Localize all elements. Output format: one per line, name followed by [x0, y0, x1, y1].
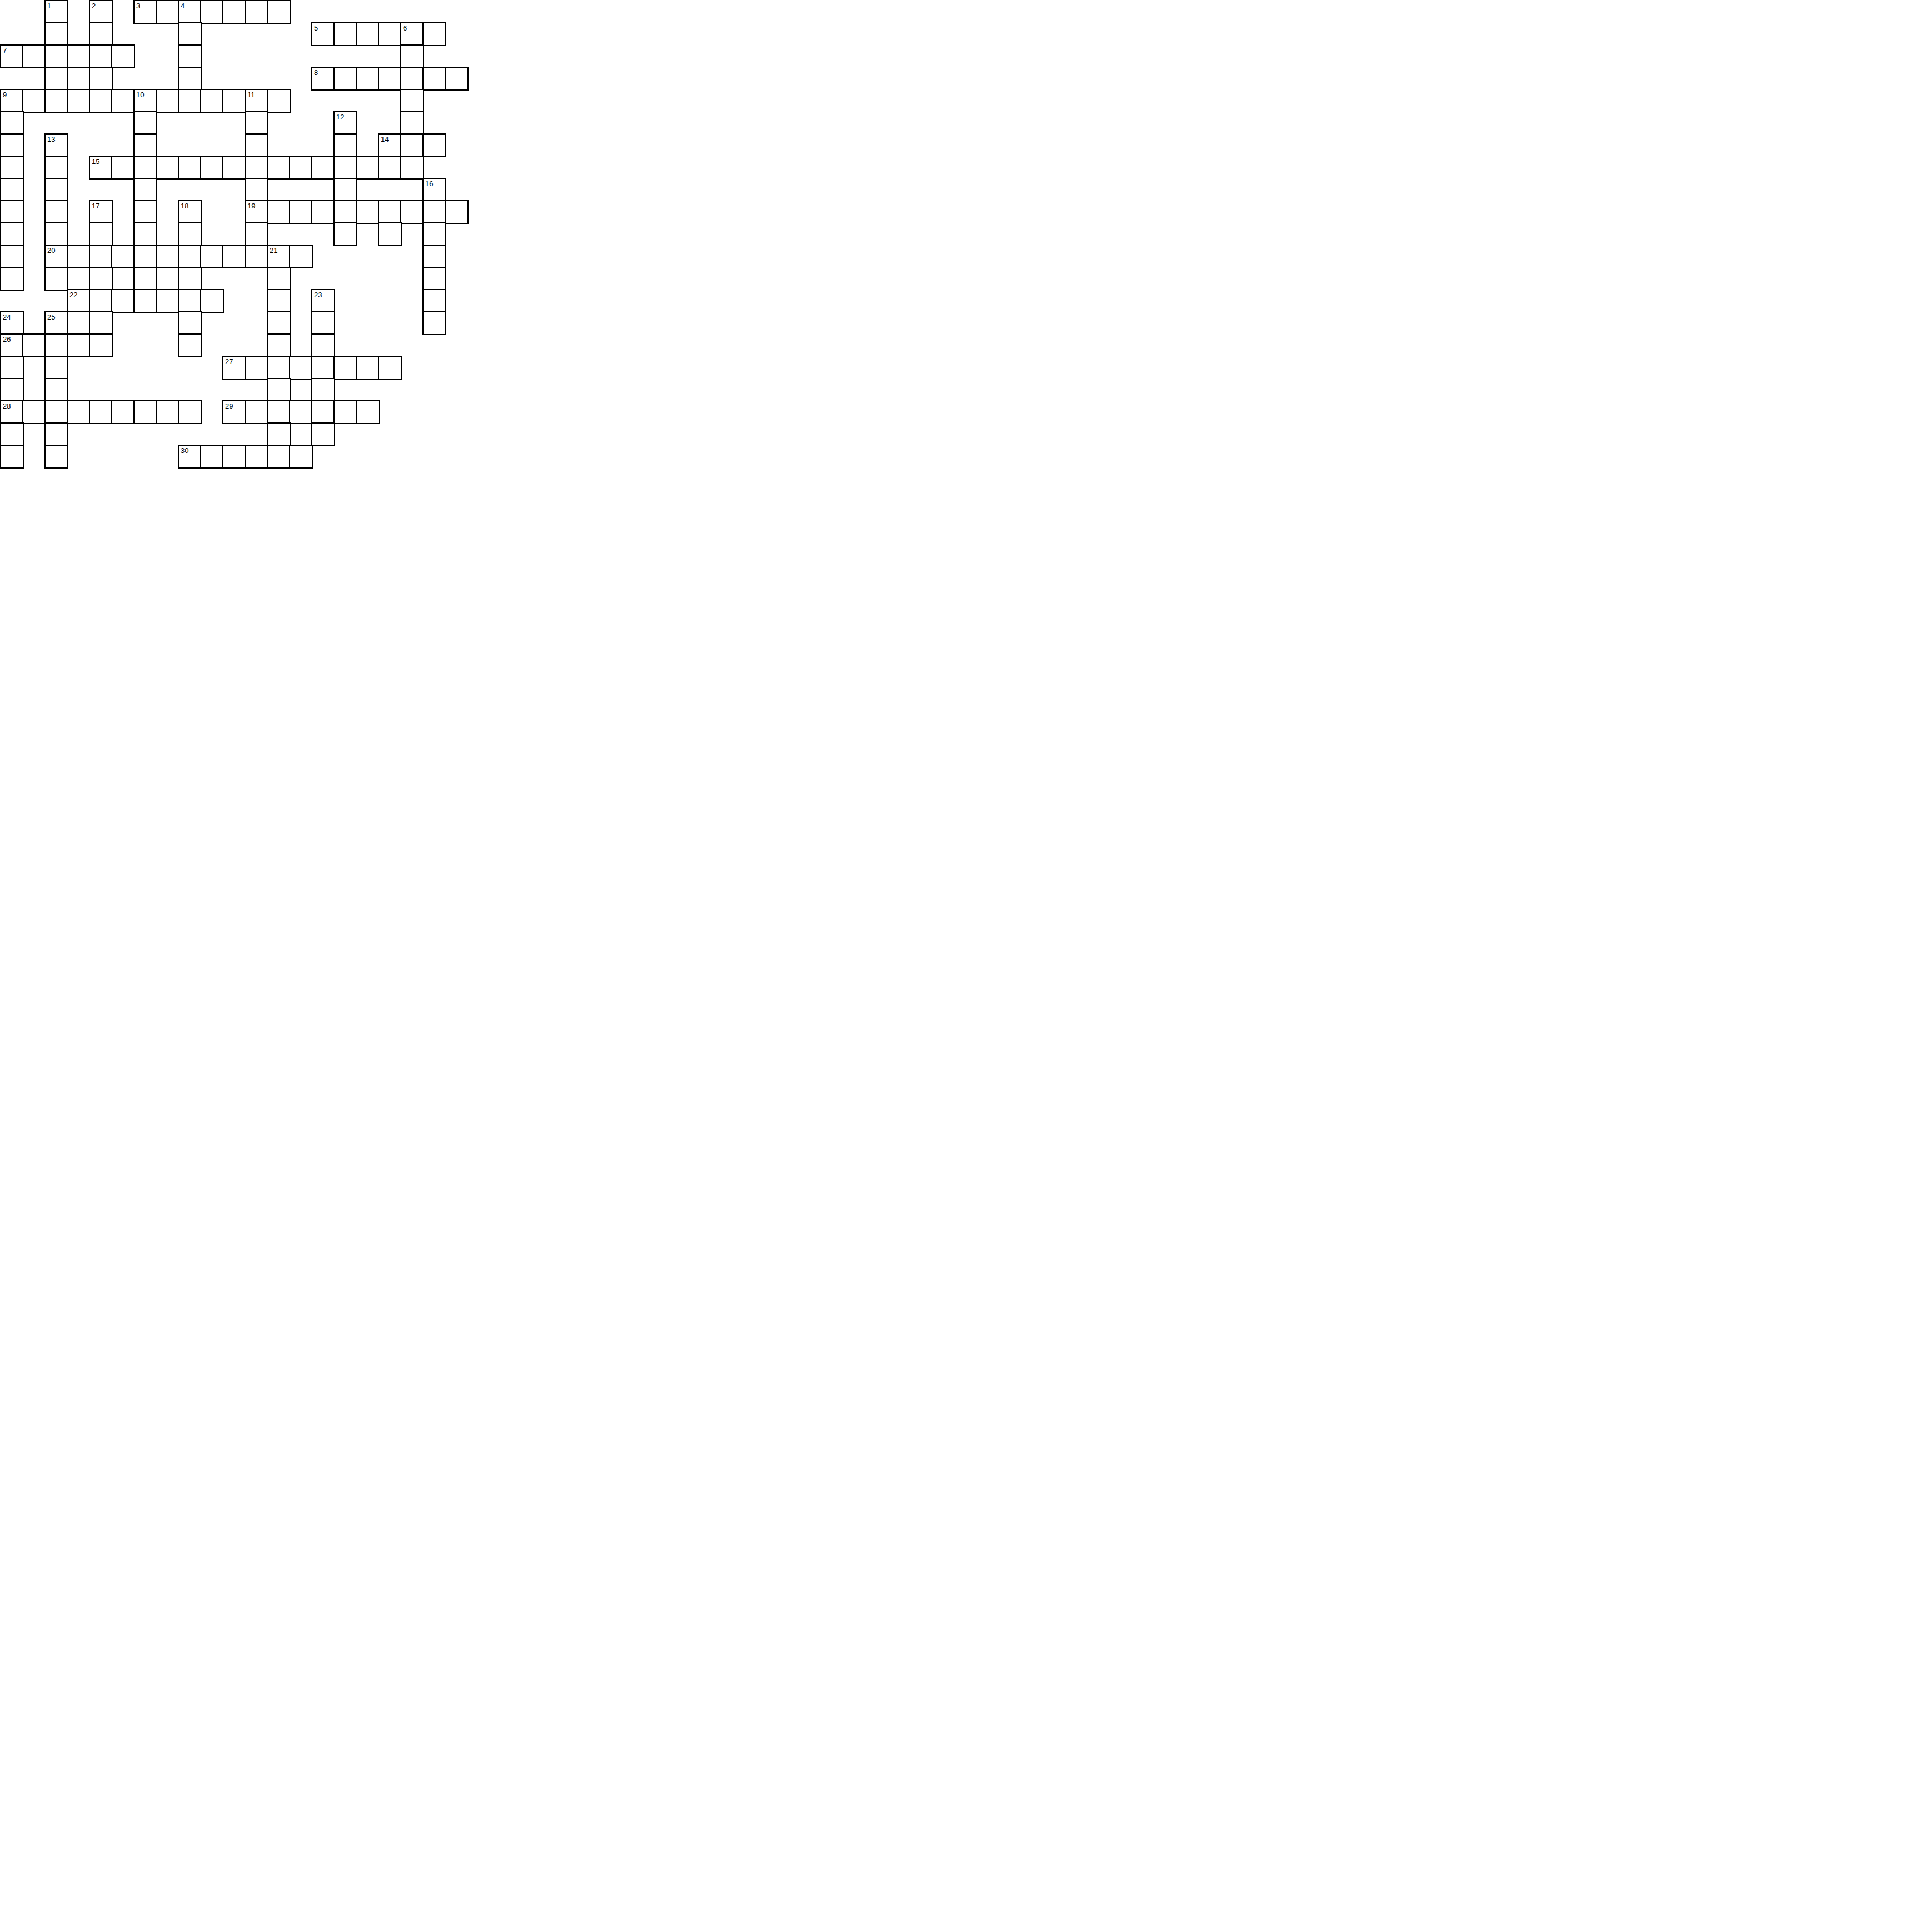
- grid-cell[interactable]: 12: [333, 111, 357, 135]
- grid-cell[interactable]: [422, 200, 446, 224]
- grid-cell[interactable]: [356, 22, 380, 46]
- grid-cell[interactable]: [133, 111, 157, 135]
- grid-cell[interactable]: [111, 289, 135, 313]
- grid-cell[interactable]: [111, 245, 135, 268]
- grid-cell[interactable]: [22, 44, 46, 68]
- grid-cell[interactable]: 4: [178, 0, 202, 24]
- grid-cell[interactable]: [0, 133, 24, 157]
- grid-cell[interactable]: [311, 200, 335, 224]
- clue-number: 8: [314, 68, 318, 77]
- grid-cell[interactable]: [200, 445, 224, 469]
- grid-cell[interactable]: [245, 245, 268, 268]
- grid-cell[interactable]: [400, 67, 424, 91]
- grid-cell[interactable]: [245, 111, 268, 135]
- grid-cell[interactable]: [89, 245, 113, 268]
- grid-cell[interactable]: [178, 289, 202, 313]
- grid-cell[interactable]: 19: [245, 200, 268, 224]
- grid-cell[interactable]: [222, 0, 246, 24]
- clue-number: 29: [225, 402, 233, 410]
- grid-cell[interactable]: [67, 400, 91, 424]
- grid-cell[interactable]: [0, 245, 24, 268]
- grid-cell[interactable]: [422, 245, 446, 268]
- grid-cell[interactable]: 7: [0, 44, 24, 68]
- grid-cell[interactable]: [245, 156, 268, 180]
- grid-cell[interactable]: [67, 333, 91, 357]
- clue-number: 7: [3, 46, 7, 54]
- grid-cell[interactable]: [133, 267, 157, 291]
- grid-cell[interactable]: [44, 333, 68, 357]
- clue-number: 3: [136, 2, 140, 10]
- grid-cell[interactable]: [356, 67, 380, 91]
- grid-cell[interactable]: 17: [89, 200, 113, 224]
- grid-cell[interactable]: [267, 378, 291, 402]
- grid-cell[interactable]: 28: [0, 400, 24, 424]
- grid-cell[interactable]: 15: [89, 156, 113, 180]
- grid-cell[interactable]: [178, 44, 202, 68]
- grid-cell[interactable]: [245, 356, 268, 380]
- grid-cell[interactable]: 21: [267, 245, 291, 268]
- grid-cell[interactable]: [156, 289, 180, 313]
- grid-cell[interactable]: [178, 89, 202, 113]
- grid-cell[interactable]: [378, 156, 402, 180]
- grid-cell[interactable]: [156, 400, 180, 424]
- grid-cell[interactable]: 16: [422, 178, 446, 202]
- grid-cell[interactable]: 25: [44, 311, 68, 335]
- clue-number: 23: [314, 291, 322, 299]
- grid-cell[interactable]: [178, 156, 202, 180]
- grid-cell[interactable]: [400, 89, 424, 113]
- grid-cell[interactable]: [178, 67, 202, 91]
- grid-cell[interactable]: [44, 44, 68, 68]
- grid-cell[interactable]: [245, 133, 268, 157]
- grid-cell[interactable]: [178, 245, 202, 268]
- grid-cell[interactable]: [133, 289, 157, 313]
- grid-cell[interactable]: [289, 200, 313, 224]
- grid-cell[interactable]: [156, 245, 180, 268]
- grid-cell[interactable]: [267, 0, 291, 24]
- grid-cell[interactable]: [44, 422, 68, 446]
- grid-cell[interactable]: [400, 156, 424, 180]
- grid-cell[interactable]: [378, 200, 402, 224]
- grid-cell[interactable]: 11: [245, 89, 268, 113]
- grid-cell[interactable]: 10: [133, 89, 157, 113]
- grid-cell[interactable]: [445, 200, 469, 224]
- clue-number: 17: [92, 202, 99, 210]
- grid-cell[interactable]: [267, 89, 291, 113]
- clue-number: 16: [425, 180, 433, 188]
- grid-cell[interactable]: [22, 89, 46, 113]
- clue-number: 2: [92, 2, 96, 10]
- grid-cell[interactable]: [89, 222, 113, 246]
- crossword-grid: 1234567891011121314151617181920212223242…: [0, 0, 469, 469]
- clue-number: 14: [381, 135, 389, 143]
- clue-number: 10: [136, 91, 144, 99]
- grid-cell[interactable]: 20: [44, 245, 68, 268]
- grid-cell[interactable]: 8: [311, 67, 335, 91]
- grid-cell[interactable]: [89, 22, 113, 46]
- grid-cell[interactable]: [422, 133, 446, 157]
- grid-cell[interactable]: [67, 311, 91, 335]
- grid-cell[interactable]: [178, 22, 202, 46]
- grid-cell[interactable]: [422, 289, 446, 313]
- grid-cell[interactable]: [156, 0, 180, 24]
- grid-cell[interactable]: 30: [178, 445, 202, 469]
- grid-cell[interactable]: [289, 245, 313, 268]
- grid-cell[interactable]: [67, 44, 91, 68]
- grid-cell[interactable]: [0, 422, 24, 446]
- grid-cell[interactable]: [133, 178, 157, 202]
- grid-cell[interactable]: [245, 400, 268, 424]
- grid-cell[interactable]: [356, 156, 380, 180]
- grid-cell[interactable]: [245, 0, 268, 24]
- grid-cell[interactable]: [311, 422, 335, 446]
- clue-number: 4: [181, 2, 185, 10]
- grid-cell[interactable]: 26: [0, 333, 24, 357]
- grid-cell[interactable]: [89, 44, 113, 68]
- grid-cell[interactable]: 2: [89, 0, 113, 24]
- grid-cell[interactable]: 18: [178, 200, 202, 224]
- grid-cell[interactable]: [67, 245, 91, 268]
- grid-cell[interactable]: 6: [400, 22, 424, 46]
- grid-cell[interactable]: 14: [378, 133, 402, 157]
- grid-cell[interactable]: [378, 222, 402, 246]
- grid-cell[interactable]: [133, 200, 157, 224]
- grid-cell[interactable]: [44, 200, 68, 224]
- grid-cell[interactable]: 22: [67, 289, 91, 313]
- grid-cell[interactable]: [133, 156, 157, 180]
- grid-cell[interactable]: [0, 200, 24, 224]
- grid-cell[interactable]: [44, 89, 68, 113]
- clue-number: 18: [181, 202, 188, 210]
- grid-cell[interactable]: [445, 67, 469, 91]
- grid-cell[interactable]: [89, 289, 113, 313]
- grid-cell[interactable]: [67, 89, 91, 113]
- grid-cell[interactable]: [267, 267, 291, 291]
- grid-cell[interactable]: [356, 400, 380, 424]
- grid-cell[interactable]: [0, 111, 24, 135]
- clue-number: 13: [47, 135, 55, 143]
- grid-cell[interactable]: [356, 356, 380, 380]
- grid-cell[interactable]: [422, 222, 446, 246]
- grid-cell[interactable]: [333, 156, 357, 180]
- grid-cell[interactable]: [311, 333, 335, 357]
- grid-cell[interactable]: [111, 156, 135, 180]
- grid-cell[interactable]: [400, 44, 424, 68]
- grid-cell[interactable]: 9: [0, 89, 24, 113]
- clue-number: 5: [314, 24, 318, 32]
- grid-cell[interactable]: [267, 422, 291, 446]
- clue-number: 19: [247, 202, 255, 210]
- grid-cell[interactable]: [245, 178, 268, 202]
- grid-cell[interactable]: [222, 445, 246, 469]
- grid-cell[interactable]: [44, 267, 68, 291]
- clue-number: 1: [47, 2, 51, 10]
- grid-cell[interactable]: [89, 311, 113, 335]
- grid-cell[interactable]: [356, 200, 380, 224]
- grid-cell[interactable]: [333, 356, 357, 380]
- grid-cell[interactable]: [289, 356, 313, 380]
- grid-cell[interactable]: [178, 222, 202, 246]
- grid-cell[interactable]: [0, 178, 24, 202]
- grid-cell[interactable]: [289, 156, 313, 180]
- grid-cell[interactable]: [133, 133, 157, 157]
- grid-cell[interactable]: [400, 200, 424, 224]
- clue-number: 12: [336, 113, 344, 121]
- grid-cell[interactable]: [267, 200, 291, 224]
- grid-cell[interactable]: 5: [311, 22, 335, 46]
- grid-cell[interactable]: [133, 400, 157, 424]
- grid-cell[interactable]: [44, 378, 68, 402]
- grid-cell[interactable]: [0, 267, 24, 291]
- grid-cell[interactable]: [222, 156, 246, 180]
- grid-cell[interactable]: [400, 111, 424, 135]
- grid-cell[interactable]: [267, 156, 291, 180]
- clue-number: 26: [3, 335, 11, 343]
- grid-cell[interactable]: [133, 222, 157, 246]
- grid-cell[interactable]: [89, 67, 113, 91]
- grid-cell[interactable]: [44, 156, 68, 180]
- clue-number: 28: [3, 402, 11, 410]
- grid-cell[interactable]: [0, 445, 24, 469]
- clue-number: 21: [270, 246, 277, 255]
- grid-cell[interactable]: [22, 400, 46, 424]
- grid-cell[interactable]: [0, 222, 24, 246]
- grid-cell[interactable]: 27: [222, 356, 246, 380]
- grid-cell[interactable]: [267, 311, 291, 335]
- grid-cell[interactable]: [178, 311, 202, 335]
- grid-cell[interactable]: [333, 222, 357, 246]
- grid-cell[interactable]: [378, 22, 402, 46]
- grid-cell[interactable]: [111, 44, 135, 68]
- grid-cell[interactable]: [178, 400, 202, 424]
- clue-number: 24: [3, 313, 11, 321]
- grid-cell[interactable]: [0, 156, 24, 180]
- grid-cell[interactable]: [267, 400, 291, 424]
- grid-cell[interactable]: [422, 311, 446, 335]
- grid-cell[interactable]: [178, 333, 202, 357]
- clue-number: 30: [181, 446, 188, 455]
- grid-cell[interactable]: [0, 378, 24, 402]
- clue-number: 27: [225, 357, 233, 366]
- grid-cell[interactable]: [267, 333, 291, 357]
- grid-cell[interactable]: 24: [0, 311, 24, 335]
- grid-cell[interactable]: [200, 289, 224, 313]
- grid-cell[interactable]: [333, 200, 357, 224]
- grid-cell[interactable]: [311, 378, 335, 402]
- grid-cell[interactable]: [89, 400, 113, 424]
- clue-number: 25: [47, 313, 55, 321]
- grid-cell[interactable]: [89, 267, 113, 291]
- grid-cell[interactable]: [267, 356, 291, 380]
- grid-cell[interactable]: [422, 267, 446, 291]
- grid-cell[interactable]: [267, 445, 291, 469]
- grid-cell[interactable]: [245, 445, 268, 469]
- grid-cell[interactable]: 1: [44, 0, 68, 24]
- grid-cell[interactable]: [311, 356, 335, 380]
- grid-cell[interactable]: [378, 356, 402, 380]
- grid-cell[interactable]: 29: [222, 400, 246, 424]
- grid-cell[interactable]: [333, 178, 357, 202]
- clue-number: 6: [403, 24, 407, 32]
- grid-cell[interactable]: [178, 267, 202, 291]
- grid-cell[interactable]: [44, 445, 68, 469]
- grid-cell[interactable]: [200, 89, 224, 113]
- grid-cell[interactable]: [422, 22, 446, 46]
- grid-cell[interactable]: [22, 333, 46, 357]
- grid-cell[interactable]: [333, 133, 357, 157]
- grid-cell[interactable]: 23: [311, 289, 335, 313]
- grid-cell[interactable]: [222, 89, 246, 113]
- grid-cell[interactable]: [89, 333, 113, 357]
- grid-cell[interactable]: [44, 67, 68, 91]
- grid-cell[interactable]: [44, 356, 68, 380]
- grid-cell[interactable]: [245, 222, 268, 246]
- grid-cell[interactable]: [111, 400, 135, 424]
- grid-cell[interactable]: [311, 400, 335, 424]
- grid-cell[interactable]: [333, 400, 357, 424]
- grid-cell[interactable]: [0, 356, 24, 380]
- grid-cell[interactable]: [44, 22, 68, 46]
- grid-cell[interactable]: [44, 178, 68, 202]
- grid-cell[interactable]: [222, 245, 246, 268]
- grid-cell[interactable]: 3: [133, 0, 157, 24]
- grid-cell[interactable]: [44, 222, 68, 246]
- grid-cell[interactable]: [422, 67, 446, 91]
- grid-cell[interactable]: [400, 133, 424, 157]
- grid-cell[interactable]: [311, 156, 335, 180]
- grid-cell[interactable]: [111, 89, 135, 113]
- grid-cell[interactable]: [200, 156, 224, 180]
- grid-cell[interactable]: [133, 245, 157, 268]
- clue-number: 9: [3, 91, 7, 99]
- grid-cell[interactable]: [267, 289, 291, 313]
- clue-number: 20: [47, 246, 55, 255]
- grid-cell[interactable]: [333, 67, 357, 91]
- grid-cell[interactable]: [289, 445, 313, 469]
- grid-cell[interactable]: [89, 89, 113, 113]
- clue-number: 11: [247, 91, 255, 99]
- grid-cell[interactable]: [200, 0, 224, 24]
- clue-number: 15: [92, 157, 99, 166]
- grid-cell[interactable]: [156, 156, 180, 180]
- grid-cell[interactable]: [311, 311, 335, 335]
- grid-cell[interactable]: [289, 400, 313, 424]
- grid-cell[interactable]: 13: [44, 133, 68, 157]
- grid-cell[interactable]: [333, 22, 357, 46]
- grid-cell[interactable]: [200, 245, 224, 268]
- grid-cell[interactable]: [378, 67, 402, 91]
- grid-cell[interactable]: [156, 89, 180, 113]
- grid-cell[interactable]: [44, 400, 68, 424]
- clue-number: 22: [69, 291, 77, 299]
